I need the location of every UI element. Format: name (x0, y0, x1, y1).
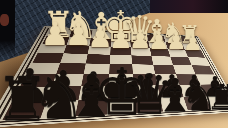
piece-white-rook-h1: ♜ (40, 7, 76, 43)
piece-black-rook-h8: ♜ (0, 69, 53, 128)
piece-white-queen-d1: ♛ (121, 11, 158, 48)
piece-white-knight-b1: ♞ (159, 19, 188, 48)
piece-white-pawn-d2: ♟ (128, 27, 154, 53)
piece-white-king-e1: ♚ (100, 6, 142, 48)
piece-black-pawn-e7: ♟ (103, 69, 139, 105)
piece-black-pawn-d7: ♟ (131, 70, 165, 104)
piece-white-pawn-e2: ♟ (107, 25, 134, 52)
piece-black-pawn-c7: ♟ (156, 71, 187, 102)
piece-black-queen-d8: ♛ (122, 67, 177, 122)
piece-white-pawn-g2: ♟ (63, 20, 94, 51)
piece-white-pawn-c2: ♟ (147, 29, 171, 53)
piece-white-pawn-h2: ♟ (39, 18, 71, 50)
piece-black-bishop-f8: ♝ (62, 67, 121, 126)
pieces-layer: ♜♞♝♚♛♝♞♜♟♟♟♟♟♟♟♟♟♟♟♟♟♟♟♟♜♞♝♚♛♝♞♜ (0, 0, 228, 128)
piece-white-rook-a1: ♜ (177, 23, 202, 48)
piece-black-rook-a8: ♜ (204, 80, 228, 114)
piece-black-pawn-g7: ♟ (42, 65, 85, 108)
piece-white-bishop-c1: ♝ (141, 16, 173, 48)
piece-white-bishop-f1: ♝ (82, 8, 119, 45)
photo-chess-scene: ♜♞♝♚♛♝♞♜♟♟♟♟♟♟♟♟♟♟♟♟♟♟♟♟♜♞♝♚♛♝♞♜ (0, 0, 228, 128)
piece-black-pawn-a7: ♟ (201, 73, 228, 100)
piece-white-pawn-a2: ♟ (182, 32, 204, 54)
piece-black-king-e8: ♚ (90, 61, 154, 125)
piece-black-pawn-b7: ♟ (180, 72, 209, 101)
piece-black-pawn-f7: ♟ (74, 67, 113, 106)
piece-white-pawn-b2: ♟ (165, 30, 188, 53)
piece-black-knight-g8: ♞ (28, 67, 88, 127)
piece-black-pawn-h7: ♟ (7, 63, 54, 110)
piece-black-knight-b8: ♞ (179, 76, 219, 116)
piece-white-pawn-f2: ♟ (86, 23, 115, 52)
piece-white-knight-g1: ♞ (62, 7, 99, 44)
piece-black-bishop-c8: ♝ (152, 73, 198, 119)
